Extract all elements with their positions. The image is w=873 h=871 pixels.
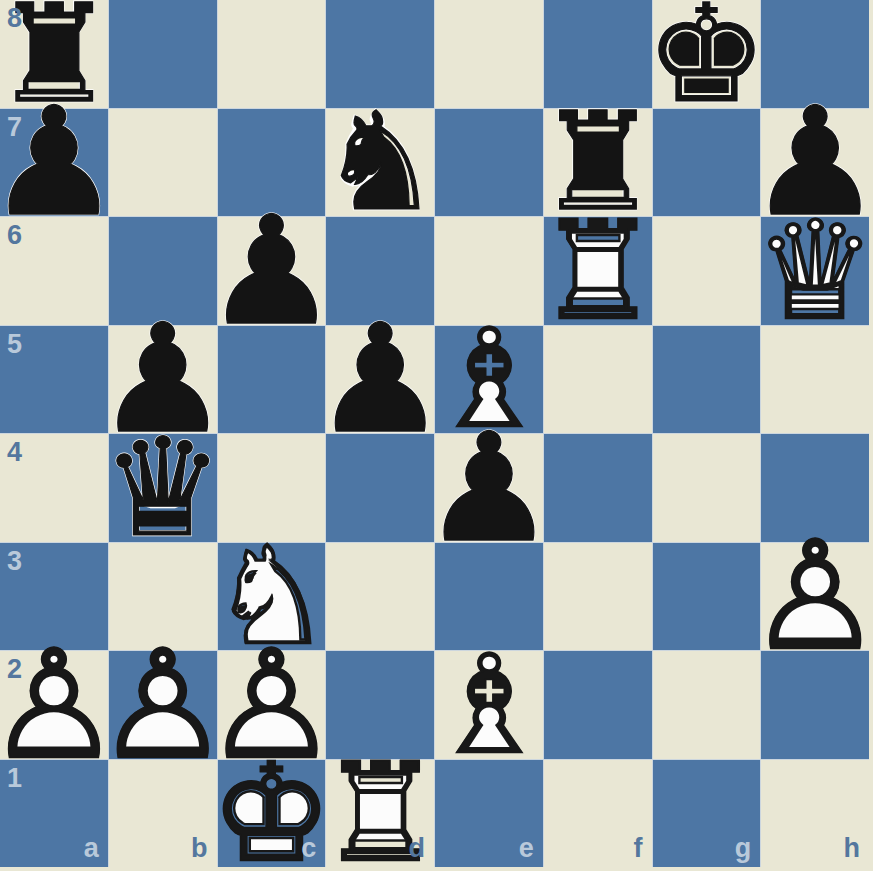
piece-black-knight[interactable]: ♘♞ xyxy=(326,109,434,217)
file-label-e: e xyxy=(519,835,534,862)
bishop-glyph-fill-layer: ♝ xyxy=(435,326,543,434)
square-d4[interactable] xyxy=(326,434,434,542)
rook-glyph-fill-layer: ♜ xyxy=(544,217,652,325)
square-a5[interactable]: 5 xyxy=(0,326,108,434)
bishop-glyph-fill-layer: ♝ xyxy=(435,651,543,759)
square-c6[interactable]: ♙♟ xyxy=(218,217,326,325)
queen-glyph-line-layer: ♕ xyxy=(761,217,869,325)
piece-black-pawn[interactable]: ♙♟ xyxy=(761,109,869,217)
square-c1[interactable]: c♚♔ xyxy=(218,760,326,868)
square-c2[interactable]: ♟♙ xyxy=(218,651,326,759)
square-c3[interactable]: ♞♘ xyxy=(218,543,326,651)
piece-black-rook[interactable]: ♖♜ xyxy=(544,109,652,217)
square-c4[interactable] xyxy=(218,434,326,542)
square-g8[interactable]: ♔♚ xyxy=(653,0,761,108)
pawn-glyph-fill-layer: ♟ xyxy=(109,651,217,759)
square-g6[interactable] xyxy=(653,217,761,325)
file-label-h: h xyxy=(844,835,861,862)
file-label-a: a xyxy=(84,835,99,862)
square-d8[interactable] xyxy=(326,0,434,108)
square-f6[interactable]: ♜♖ xyxy=(544,217,652,325)
pawn-glyph-fill-layer: ♟ xyxy=(218,651,326,759)
square-c8[interactable] xyxy=(218,0,326,108)
pawn-glyph-fill-layer: ♟ xyxy=(761,543,869,651)
square-c7[interactable] xyxy=(218,109,326,217)
file-label-d: d xyxy=(409,835,426,862)
square-e8[interactable] xyxy=(435,0,543,108)
square-d2[interactable] xyxy=(326,651,434,759)
square-g3[interactable] xyxy=(653,543,761,651)
queen-glyph-line-layer: ♛ xyxy=(109,434,217,542)
square-f1[interactable]: f xyxy=(544,760,652,868)
king-glyph-fill-layer: ♔ xyxy=(653,0,761,108)
square-a8[interactable]: 8♖♜ xyxy=(0,0,108,108)
rook-glyph-fill-layer: ♖ xyxy=(544,109,652,217)
square-f5[interactable] xyxy=(544,326,652,434)
rank-label-3: 3 xyxy=(7,548,22,575)
pawn-glyph-line-layer: ♙ xyxy=(761,543,869,651)
rank-label-4: 4 xyxy=(7,439,22,466)
rank-label-6: 6 xyxy=(7,222,22,249)
piece-white-bishop[interactable]: ♝♗ xyxy=(435,651,543,759)
pawn-glyph-line-layer: ♟ xyxy=(218,217,326,325)
square-g2[interactable] xyxy=(653,651,761,759)
square-b6[interactable] xyxy=(109,217,217,325)
piece-white-queen[interactable]: ♛♕ xyxy=(761,217,869,325)
bishop-glyph-line-layer: ♗ xyxy=(435,651,543,759)
pawn-glyph-fill-layer: ♙ xyxy=(435,434,543,542)
square-e5[interactable]: ♝♗ xyxy=(435,326,543,434)
square-h1[interactable]: h xyxy=(761,760,869,868)
square-g1[interactable]: g xyxy=(653,760,761,868)
square-d1[interactable]: d♜♖ xyxy=(326,760,434,868)
piece-white-knight[interactable]: ♞♘ xyxy=(218,543,326,651)
rank-label-1: 1 xyxy=(7,765,22,792)
square-e4[interactable]: ♙♟ xyxy=(435,434,543,542)
square-d5[interactable]: ♙♟ xyxy=(326,326,434,434)
square-f2[interactable] xyxy=(544,651,652,759)
king-glyph-line-layer: ♚ xyxy=(653,0,761,108)
square-h8[interactable] xyxy=(761,0,869,108)
piece-black-queen[interactable]: ♕♛ xyxy=(109,434,217,542)
bishop-glyph-line-layer: ♗ xyxy=(435,326,543,434)
file-label-f: f xyxy=(634,835,643,862)
pawn-glyph-line-layer: ♙ xyxy=(218,651,326,759)
pawn-glyph-line-layer: ♟ xyxy=(435,434,543,542)
square-h7[interactable]: ♙♟ xyxy=(761,109,869,217)
board-wrapper: 8♖♜♔♚7♙♟♘♞♖♜♙♟6♙♟♜♖♛♕5♙♟♙♟♝♗4♕♛♙♟3♞♘♟♙2♟… xyxy=(0,0,873,871)
pawn-glyph-line-layer: ♟ xyxy=(326,326,434,434)
pawn-glyph-line-layer: ♟ xyxy=(761,109,869,217)
square-a6[interactable]: 6 xyxy=(0,217,108,325)
pawn-glyph-fill-layer: ♙ xyxy=(761,109,869,217)
square-b3[interactable] xyxy=(109,543,217,651)
piece-black-pawn[interactable]: ♙♟ xyxy=(326,326,434,434)
pawn-glyph-fill-layer: ♙ xyxy=(326,326,434,434)
piece-white-pawn[interactable]: ♟♙ xyxy=(109,651,217,759)
square-h2[interactable] xyxy=(761,651,869,759)
pawn-glyph-line-layer: ♙ xyxy=(109,651,217,759)
knight-glyph-line-layer: ♘ xyxy=(218,543,326,651)
file-label-g: g xyxy=(735,835,752,862)
piece-white-pawn[interactable]: ♟♙ xyxy=(761,543,869,651)
square-a2[interactable]: 2♟♙ xyxy=(0,651,108,759)
rank-label-8: 8 xyxy=(7,5,22,32)
square-e3[interactable] xyxy=(435,543,543,651)
square-a3[interactable]: 3 xyxy=(0,543,108,651)
rook-glyph-line-layer: ♜ xyxy=(544,109,652,217)
queen-glyph-fill-layer: ♕ xyxy=(109,434,217,542)
piece-black-pawn[interactable]: ♙♟ xyxy=(109,326,217,434)
square-b8[interactable] xyxy=(109,0,217,108)
knight-glyph-line-layer: ♞ xyxy=(326,109,434,217)
square-h3[interactable]: ♟♙ xyxy=(761,543,869,651)
piece-black-pawn[interactable]: ♙♟ xyxy=(218,217,326,325)
square-g4[interactable] xyxy=(653,434,761,542)
square-d7[interactable]: ♘♞ xyxy=(326,109,434,217)
knight-glyph-fill-layer: ♘ xyxy=(326,109,434,217)
file-label-b: b xyxy=(191,835,208,862)
piece-black-king[interactable]: ♔♚ xyxy=(653,0,761,108)
rank-label-5: 5 xyxy=(7,331,22,358)
file-label-c: c xyxy=(301,835,316,862)
square-h6[interactable]: ♛♕ xyxy=(761,217,869,325)
rank-label-7: 7 xyxy=(7,114,22,141)
square-a4[interactable]: 4 xyxy=(0,434,108,542)
square-e1[interactable]: e xyxy=(435,760,543,868)
square-b5[interactable]: ♙♟ xyxy=(109,326,217,434)
square-e2[interactable]: ♝♗ xyxy=(435,651,543,759)
square-f8[interactable] xyxy=(544,0,652,108)
square-c5[interactable] xyxy=(218,326,326,434)
square-b7[interactable] xyxy=(109,109,217,217)
queen-glyph-fill-layer: ♛ xyxy=(761,217,869,325)
pawn-glyph-fill-layer: ♙ xyxy=(109,326,217,434)
pawn-glyph-fill-layer: ♙ xyxy=(218,217,326,325)
piece-black-pawn[interactable]: ♙♟ xyxy=(435,434,543,542)
square-b4[interactable]: ♕♛ xyxy=(109,434,217,542)
knight-glyph-fill-layer: ♞ xyxy=(218,543,326,651)
square-a7[interactable]: 7♙♟ xyxy=(0,109,108,217)
rank-label-2: 2 xyxy=(7,656,22,683)
pawn-glyph-line-layer: ♟ xyxy=(109,326,217,434)
square-b1[interactable]: b xyxy=(109,760,217,868)
square-d3[interactable] xyxy=(326,543,434,651)
square-e6[interactable] xyxy=(435,217,543,325)
square-d6[interactable] xyxy=(326,217,434,325)
square-g7[interactable] xyxy=(653,109,761,217)
chess-board: 8♖♜♔♚7♙♟♘♞♖♜♙♟6♙♟♜♖♛♕5♙♟♙♟♝♗4♕♛♙♟3♞♘♟♙2♟… xyxy=(0,0,869,867)
square-f3[interactable] xyxy=(544,543,652,651)
square-b2[interactable]: ♟♙ xyxy=(109,651,217,759)
square-h5[interactable] xyxy=(761,326,869,434)
square-g5[interactable] xyxy=(653,326,761,434)
piece-white-pawn[interactable]: ♟♙ xyxy=(218,651,326,759)
square-h4[interactable] xyxy=(761,434,869,542)
square-e7[interactable] xyxy=(435,109,543,217)
square-f7[interactable]: ♖♜ xyxy=(544,109,652,217)
rook-glyph-line-layer: ♖ xyxy=(544,217,652,325)
square-a1[interactable]: 1a xyxy=(0,760,108,868)
piece-white-bishop[interactable]: ♝♗ xyxy=(435,326,543,434)
piece-white-rook[interactable]: ♜♖ xyxy=(544,217,652,325)
square-f4[interactable] xyxy=(544,434,652,542)
